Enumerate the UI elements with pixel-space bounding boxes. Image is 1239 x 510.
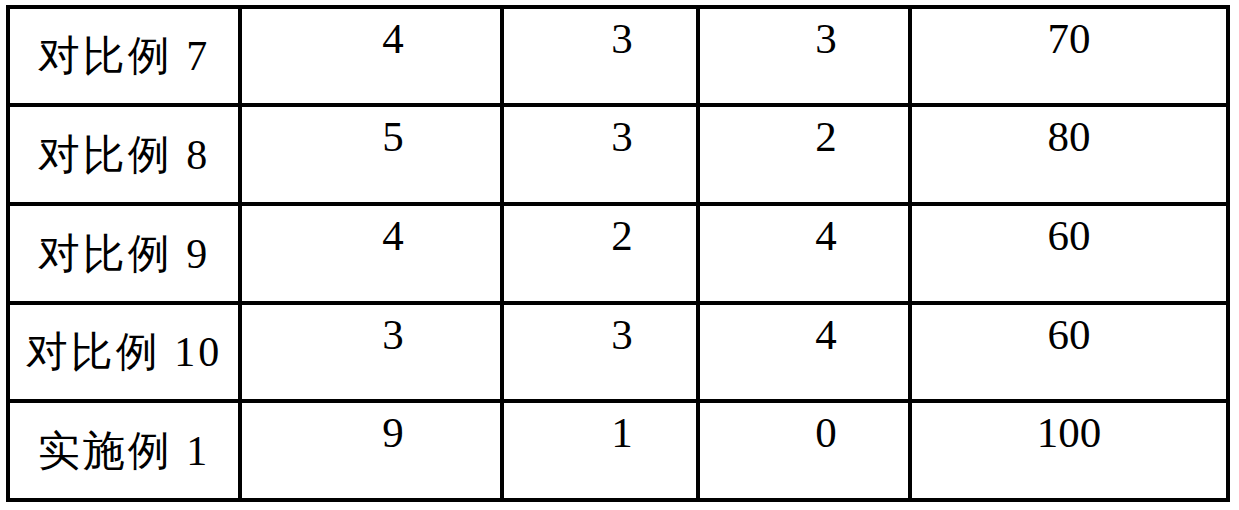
data-cell: 9 — [242, 403, 500, 498]
data-cell: 2 — [504, 206, 696, 301]
data-cell: 4 — [700, 305, 908, 399]
data-cell: 4 — [242, 206, 500, 301]
data-cell: 0 — [700, 403, 908, 498]
data-cell: 100 — [912, 403, 1226, 498]
row-label-cell: 对比例 9 — [10, 206, 238, 301]
comparison-table: 对比例 7 4 3 3 70 对比例 8 5 3 2 80 对比例 9 4 2 … — [6, 5, 1230, 502]
data-cell: 80 — [912, 107, 1226, 202]
data-cell: 2 — [700, 107, 908, 202]
data-cell: 60 — [912, 206, 1226, 301]
data-cell: 1 — [504, 403, 696, 498]
row-label-cell: 对比例 8 — [10, 107, 238, 202]
row-label-cell: 对比例 10 — [10, 305, 238, 399]
data-cell: 5 — [242, 107, 500, 202]
data-cell: 3 — [504, 305, 696, 399]
data-cell: 3 — [242, 305, 500, 399]
document-page: 对比例 7 4 3 3 70 对比例 8 5 3 2 80 对比例 9 4 2 … — [0, 0, 1239, 510]
data-cell: 4 — [700, 206, 908, 301]
row-label-cell: 对比例 7 — [10, 9, 238, 103]
data-cell: 70 — [912, 9, 1226, 103]
data-cell: 60 — [912, 305, 1226, 399]
data-cell: 3 — [504, 107, 696, 202]
data-cell: 3 — [700, 9, 908, 103]
row-label-cell: 实施例 1 — [10, 403, 238, 498]
data-cell: 3 — [504, 9, 696, 103]
data-cell: 4 — [242, 9, 500, 103]
